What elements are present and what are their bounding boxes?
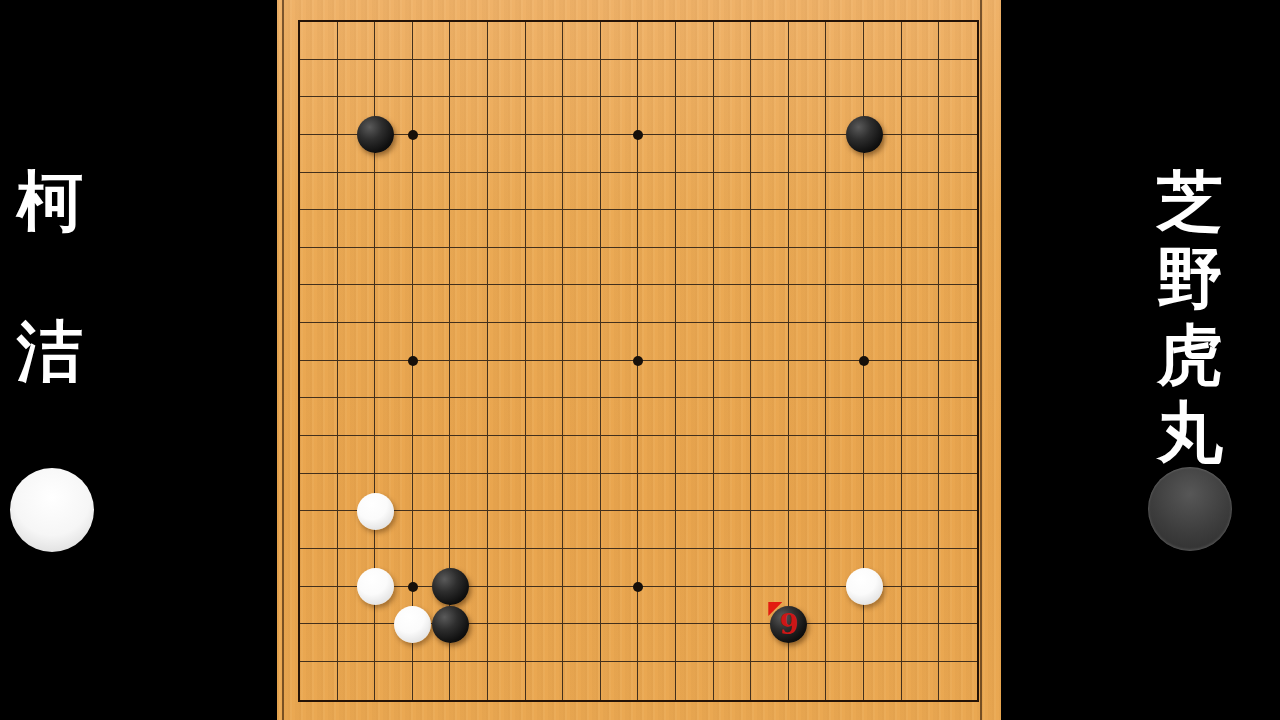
grid-cell xyxy=(601,361,639,399)
grid-cell xyxy=(375,285,413,323)
grid-cell xyxy=(488,22,526,60)
grid-cell xyxy=(450,22,488,60)
grid-cell xyxy=(902,60,940,98)
grid-cell xyxy=(826,474,864,512)
grid-cell xyxy=(714,60,752,98)
grid-cell xyxy=(601,22,639,60)
black-stone xyxy=(357,116,394,153)
grid-cell xyxy=(902,662,940,700)
grid-cell xyxy=(676,135,714,173)
grid-cell xyxy=(601,474,639,512)
grid-cell xyxy=(638,97,676,135)
grid-cell xyxy=(300,511,338,549)
grid-cell xyxy=(864,173,902,211)
grid-cell xyxy=(638,60,676,98)
grid-cell xyxy=(488,398,526,436)
grid-cell xyxy=(902,361,940,399)
grid-cell xyxy=(413,135,451,173)
white-player-name-char: 洁 xyxy=(17,319,83,385)
grid-cell xyxy=(338,285,376,323)
grid-cell xyxy=(902,474,940,512)
grid-cell xyxy=(338,323,376,361)
grid-cell xyxy=(902,624,940,662)
grid-cell xyxy=(563,248,601,286)
grid-cell xyxy=(300,549,338,587)
grid-cell xyxy=(638,398,676,436)
grid-cell xyxy=(375,662,413,700)
white-stone xyxy=(846,568,883,605)
star-point xyxy=(408,582,418,592)
grid-cell xyxy=(751,60,789,98)
grid-cell xyxy=(939,323,977,361)
grid-cell xyxy=(563,22,601,60)
star-point xyxy=(408,356,418,366)
grid-cell xyxy=(902,173,940,211)
grid-cell xyxy=(826,22,864,60)
grid-cell xyxy=(751,210,789,248)
grid-cell xyxy=(300,624,338,662)
grid-cell xyxy=(676,22,714,60)
grid-cell xyxy=(526,587,564,625)
grid-cell xyxy=(338,210,376,248)
grid-cell xyxy=(826,624,864,662)
grid-cell xyxy=(375,248,413,286)
grid-cell xyxy=(338,436,376,474)
grid-cell xyxy=(751,22,789,60)
grid-cell xyxy=(751,398,789,436)
grid-cell xyxy=(789,549,827,587)
grid-cell xyxy=(601,549,639,587)
grid-cell xyxy=(563,173,601,211)
grid-cell xyxy=(714,474,752,512)
grid-cell xyxy=(864,210,902,248)
grid-cell xyxy=(300,474,338,512)
grid-cell xyxy=(488,135,526,173)
grid-cell xyxy=(939,361,977,399)
grid-cell xyxy=(450,361,488,399)
grid-cell xyxy=(526,398,564,436)
grid-cell xyxy=(638,248,676,286)
grid-cell xyxy=(488,323,526,361)
grid-cell xyxy=(826,662,864,700)
grid-cell xyxy=(413,662,451,700)
grid-cell xyxy=(601,398,639,436)
star-point xyxy=(633,356,643,366)
grid-cell xyxy=(939,474,977,512)
grid-cell xyxy=(939,624,977,662)
grid-cell xyxy=(563,361,601,399)
grid-cell xyxy=(826,210,864,248)
grid-cell xyxy=(488,587,526,625)
grid-cell xyxy=(864,285,902,323)
grid-cell xyxy=(338,624,376,662)
grid-cell xyxy=(638,22,676,60)
grid-cell xyxy=(563,587,601,625)
grid-cell xyxy=(939,135,977,173)
grid-cell xyxy=(638,511,676,549)
grid-cell xyxy=(902,323,940,361)
grid-cell xyxy=(826,436,864,474)
grid-cell xyxy=(826,398,864,436)
grid-cell xyxy=(526,97,564,135)
grid-cell xyxy=(338,398,376,436)
grid-cell xyxy=(638,474,676,512)
white-player-panel: 柯 洁 xyxy=(0,0,277,720)
grid-cell xyxy=(601,135,639,173)
grid-cell xyxy=(714,285,752,323)
grid-cell xyxy=(714,97,752,135)
broadcast-frame: 柯 洁 9 芝 野 虎 丸 xyxy=(0,0,1280,720)
grid-cell xyxy=(375,361,413,399)
grid-cell xyxy=(751,474,789,512)
grid-cell xyxy=(789,398,827,436)
grid-cell xyxy=(488,97,526,135)
grid-cell xyxy=(714,549,752,587)
grid-cell xyxy=(526,474,564,512)
grid-cell xyxy=(413,398,451,436)
grid-cell xyxy=(563,323,601,361)
grid-cell xyxy=(300,587,338,625)
grid-cell xyxy=(789,662,827,700)
grid-cell xyxy=(563,511,601,549)
grid-cell xyxy=(714,587,752,625)
grid-cell xyxy=(939,587,977,625)
grid-cell xyxy=(751,97,789,135)
grid-cell xyxy=(488,361,526,399)
grid-cell xyxy=(300,662,338,700)
grid-cell xyxy=(601,511,639,549)
grid-cell xyxy=(413,436,451,474)
board-edge-line xyxy=(980,0,982,720)
grid-cell xyxy=(676,285,714,323)
grid-cell xyxy=(676,436,714,474)
grid-cell xyxy=(751,549,789,587)
grid-cell xyxy=(714,436,752,474)
white-stone xyxy=(357,493,394,530)
grid-cell xyxy=(826,60,864,98)
grid-cell xyxy=(563,474,601,512)
grid-cell xyxy=(601,662,639,700)
grid-cell xyxy=(638,436,676,474)
grid-cell xyxy=(488,60,526,98)
grid-cell xyxy=(375,436,413,474)
grid-cell xyxy=(601,248,639,286)
grid-cell xyxy=(939,60,977,98)
white-stone xyxy=(394,606,431,643)
grid-cell xyxy=(676,624,714,662)
black-stone xyxy=(432,606,469,643)
grid-cell xyxy=(676,549,714,587)
grid-cell xyxy=(450,662,488,700)
grid-cell xyxy=(864,662,902,700)
grid-cell xyxy=(413,97,451,135)
grid-cell xyxy=(300,22,338,60)
grid-cell xyxy=(488,248,526,286)
white-player-name: 柯 洁 xyxy=(17,169,83,385)
grid-cell xyxy=(563,135,601,173)
grid-cell xyxy=(563,398,601,436)
grid-cell xyxy=(601,285,639,323)
grid-cell xyxy=(638,135,676,173)
grid-cell xyxy=(375,60,413,98)
grid-cell xyxy=(714,361,752,399)
grid-cell xyxy=(526,323,564,361)
grid-cell xyxy=(751,248,789,286)
grid-cell xyxy=(488,436,526,474)
black-player-name-char: 野 xyxy=(1157,246,1223,312)
grid-cell xyxy=(939,511,977,549)
star-point xyxy=(859,356,869,366)
grid-cell xyxy=(413,173,451,211)
grid-cell xyxy=(488,173,526,211)
grid-cell xyxy=(676,60,714,98)
grid-cell xyxy=(300,436,338,474)
black-stone: 9 xyxy=(770,606,807,643)
grid-cell xyxy=(563,436,601,474)
grid-cell xyxy=(450,210,488,248)
grid-cell xyxy=(488,210,526,248)
grid-cell xyxy=(563,97,601,135)
grid-cell xyxy=(413,210,451,248)
go-board[interactable]: 9 xyxy=(277,0,1001,720)
grid-cell xyxy=(676,587,714,625)
grid-cell xyxy=(526,549,564,587)
grid-cell xyxy=(714,624,752,662)
grid-cell xyxy=(526,248,564,286)
grid-cell xyxy=(864,323,902,361)
grid-cell xyxy=(338,662,376,700)
grid-cell xyxy=(676,511,714,549)
white-stone xyxy=(357,568,394,605)
grid-cell xyxy=(338,22,376,60)
grid-cell xyxy=(939,436,977,474)
grid-cell xyxy=(563,285,601,323)
grid-cell xyxy=(526,173,564,211)
grid-cell xyxy=(902,549,940,587)
grid-cell xyxy=(789,60,827,98)
grid-cell xyxy=(714,248,752,286)
grid-cell xyxy=(563,210,601,248)
grid-cell xyxy=(826,361,864,399)
grid-cell xyxy=(338,173,376,211)
grid-cell xyxy=(300,361,338,399)
grid-cell xyxy=(864,436,902,474)
black-stone xyxy=(432,568,469,605)
grid-cell xyxy=(902,210,940,248)
grid-cell xyxy=(789,135,827,173)
grid-cell xyxy=(338,248,376,286)
grid-cell xyxy=(638,210,676,248)
grid-cell xyxy=(300,173,338,211)
grid-cell xyxy=(939,248,977,286)
grid-cell xyxy=(826,248,864,286)
grid-cell xyxy=(902,285,940,323)
grid-cell xyxy=(300,248,338,286)
grid-cell xyxy=(526,662,564,700)
grid-cell xyxy=(526,285,564,323)
star-point xyxy=(633,130,643,140)
grid-cell xyxy=(714,511,752,549)
grid-cell xyxy=(751,436,789,474)
grid-cell xyxy=(300,285,338,323)
grid-cell xyxy=(488,662,526,700)
grid-cell xyxy=(676,97,714,135)
grid-cell xyxy=(714,662,752,700)
grid-cell xyxy=(375,173,413,211)
grid-cell xyxy=(300,97,338,135)
grid-cell xyxy=(789,436,827,474)
star-point xyxy=(408,130,418,140)
grid-cell xyxy=(676,361,714,399)
grid-cell xyxy=(413,60,451,98)
grid-cell xyxy=(526,22,564,60)
grid-cell xyxy=(751,323,789,361)
grid-cell xyxy=(450,97,488,135)
grid-cell xyxy=(488,511,526,549)
grid-cell xyxy=(488,474,526,512)
grid-cell xyxy=(676,474,714,512)
grid-cell xyxy=(601,436,639,474)
grid-cell xyxy=(902,398,940,436)
grid-cell xyxy=(902,436,940,474)
grid-cell xyxy=(751,511,789,549)
grid-cell xyxy=(939,173,977,211)
grid-cell xyxy=(638,285,676,323)
grid-cell xyxy=(413,22,451,60)
grid-cell xyxy=(526,60,564,98)
grid-cell xyxy=(826,511,864,549)
black-stone-indicator xyxy=(1148,467,1232,551)
black-player-panel: 芝 野 虎 丸 xyxy=(1001,0,1280,720)
grid-cell xyxy=(676,248,714,286)
grid-cell xyxy=(638,323,676,361)
black-player-name-char: 芝 xyxy=(1157,169,1223,235)
grid-cell xyxy=(413,474,451,512)
grid-cell xyxy=(789,511,827,549)
grid-cell xyxy=(450,285,488,323)
grid-cell xyxy=(638,549,676,587)
grid-cell xyxy=(826,173,864,211)
grid-cell xyxy=(714,398,752,436)
grid-cell xyxy=(902,248,940,286)
grid-cell xyxy=(676,323,714,361)
black-player-name-char: 丸 xyxy=(1157,400,1223,466)
grid-cell xyxy=(714,173,752,211)
grid-cell xyxy=(601,210,639,248)
grid-cell xyxy=(450,323,488,361)
grid-cell xyxy=(939,97,977,135)
grid-cell xyxy=(902,97,940,135)
grid-cell xyxy=(526,436,564,474)
white-stone-indicator xyxy=(10,468,94,552)
grid-cell xyxy=(601,97,639,135)
grid-cell xyxy=(902,587,940,625)
grid-cell xyxy=(601,624,639,662)
grid-cell xyxy=(939,210,977,248)
grid-cell xyxy=(488,549,526,587)
black-stone xyxy=(846,116,883,153)
grid-cell xyxy=(939,285,977,323)
grid-cell xyxy=(450,135,488,173)
grid-cell xyxy=(413,323,451,361)
grid-cell xyxy=(638,587,676,625)
grid-cell xyxy=(676,210,714,248)
grid-cell xyxy=(375,22,413,60)
grid-cell xyxy=(601,60,639,98)
grid-cell xyxy=(413,511,451,549)
board-edge-line xyxy=(282,0,284,720)
grid-cell xyxy=(526,511,564,549)
grid-cell xyxy=(751,285,789,323)
grid-cell xyxy=(902,22,940,60)
grid-cell xyxy=(488,285,526,323)
move-number-label: 9 xyxy=(770,606,807,643)
black-player-name: 芝 野 虎 丸 xyxy=(1157,169,1223,466)
grid-cell xyxy=(789,285,827,323)
grid-cell xyxy=(864,22,902,60)
grid-cell xyxy=(864,248,902,286)
grid-cell xyxy=(751,361,789,399)
grid-cell xyxy=(789,361,827,399)
grid-cell xyxy=(638,662,676,700)
grid-cell xyxy=(526,361,564,399)
black-player-name-char: 虎 xyxy=(1157,323,1223,389)
grid-cell xyxy=(300,210,338,248)
board-grid[interactable]: 9 xyxy=(298,20,979,702)
grid-cell xyxy=(864,511,902,549)
grid-cell xyxy=(638,173,676,211)
grid-cell xyxy=(526,624,564,662)
grid-cell xyxy=(676,662,714,700)
grid-cell xyxy=(601,323,639,361)
grid-cell xyxy=(789,248,827,286)
grid-cell xyxy=(751,135,789,173)
grid-cell xyxy=(450,511,488,549)
grid-cell xyxy=(526,135,564,173)
grid-cell xyxy=(375,398,413,436)
grid-cell xyxy=(563,662,601,700)
grid-cell xyxy=(939,662,977,700)
grid-cell xyxy=(864,398,902,436)
grid-cell xyxy=(638,624,676,662)
grid-cell xyxy=(413,248,451,286)
grid-cell xyxy=(300,398,338,436)
grid-cell xyxy=(826,323,864,361)
grid-cell xyxy=(789,210,827,248)
grid-cell xyxy=(714,22,752,60)
grid-cell xyxy=(638,361,676,399)
grid-cell xyxy=(375,323,413,361)
grid-cell xyxy=(864,474,902,512)
grid-cell xyxy=(751,662,789,700)
white-player-name-char: 柯 xyxy=(17,169,83,235)
grid-cell xyxy=(714,210,752,248)
grid-cell xyxy=(526,210,564,248)
grid-cell xyxy=(902,135,940,173)
grid-cell xyxy=(864,361,902,399)
grid-cell xyxy=(939,398,977,436)
grid-cell xyxy=(563,60,601,98)
grid-cell xyxy=(450,60,488,98)
grid-cell xyxy=(714,323,752,361)
grid-cell xyxy=(601,587,639,625)
grid-cell xyxy=(826,285,864,323)
grid-cell xyxy=(789,22,827,60)
grid-cell xyxy=(338,60,376,98)
grid-cell xyxy=(450,248,488,286)
grid-cell xyxy=(563,549,601,587)
grid-cell xyxy=(300,323,338,361)
